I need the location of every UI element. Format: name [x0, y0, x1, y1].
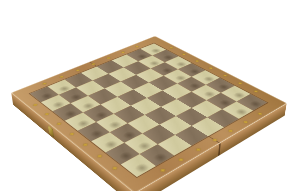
fold-seam — [218, 143, 220, 156]
brass-inlay-dot — [56, 123, 60, 125]
brass-inlay-dot — [169, 47, 172, 48]
brass-inlay-dot — [97, 155, 101, 157]
brass-inlay-dot — [135, 46, 138, 47]
brass-inlay-dot — [182, 54, 185, 55]
brass-inlay-dot — [196, 148, 200, 150]
brass-inlay-dot — [75, 70, 78, 72]
brass-inlay-dot — [91, 63, 94, 64]
brass-inlay-dot — [257, 113, 261, 115]
brass-inlay-dot — [33, 104, 37, 106]
brass-inlay-dot — [160, 169, 164, 172]
chess-board-grid: ♜♟♟♜♞♟♟♞♝♟♟♝♛♟♟♛♚♟♟♚♝♟♟♝♞♟♟♞♜♟♟♜ — [30, 43, 267, 177]
brass-inlay-dot — [112, 167, 116, 170]
board-frame: ♜♟♟♜♞♟♟♞♝♟♟♝♛♟♟♛♚♟♟♚♝♟♟♝♞♟♟♞♜♟♟♜ — [11, 36, 287, 191]
brass-inlay-dot — [243, 121, 247, 123]
brass-inlay-dot — [42, 83, 46, 85]
brass-inlay-dot — [121, 52, 124, 53]
brass-inlay-dot — [106, 57, 109, 58]
brass-inlay-dot — [238, 82, 241, 84]
brass-inlay-dot — [223, 75, 226, 77]
brass-inlay-dot — [44, 113, 48, 115]
square-h1: ♜ — [121, 154, 156, 177]
brass-inlay-dot — [209, 67, 212, 69]
brass-inlay-dot — [178, 158, 182, 161]
brass-inlay-dot — [228, 130, 232, 132]
brass-inlay-dot — [69, 133, 73, 135]
chess-set-photo: ♜♟♟♜♞♟♟♞♝♟♟♝♛♟♟♛♚♟♟♚♝♟♟♝♞♟♟♞♜♟♟♜ — [0, 0, 290, 191]
chess-board-3d: ♜♟♟♜♞♟♟♞♝♟♟♝♛♟♟♛♚♟♟♚♝♟♟♝♞♟♟♞♜♟♟♜ — [11, 36, 287, 191]
brass-inlay-dot — [195, 60, 198, 61]
brass-inlay-dot — [83, 144, 87, 146]
